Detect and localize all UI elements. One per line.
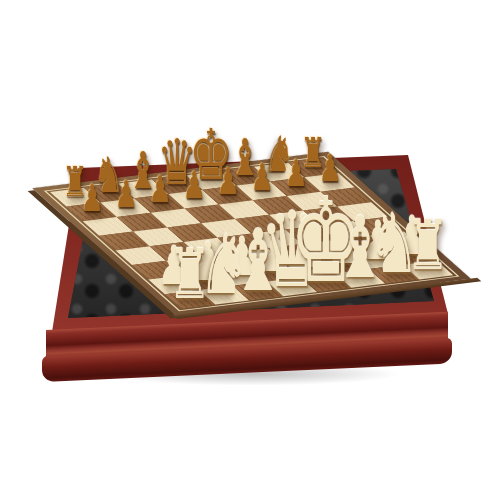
chess-set-photo: ♜♞♝♛♚♝♞♜♟♟♟♟♟♟♟♟♟♟♟♟♟♟♟♟♜♞♝♛♚♝♞♜ bbox=[0, 0, 500, 500]
